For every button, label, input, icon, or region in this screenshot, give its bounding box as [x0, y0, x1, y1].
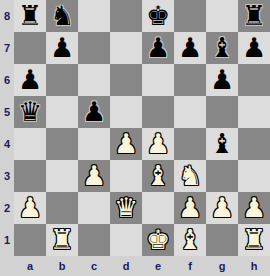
file-label-d: d: [110, 256, 142, 276]
square-f5[interactable]: [174, 96, 206, 128]
square-g5[interactable]: [206, 96, 238, 128]
square-h1[interactable]: ♜: [238, 224, 270, 256]
piece-black-pawn-icon: ♟: [50, 32, 74, 64]
rank-label-4: 4: [0, 128, 14, 160]
square-c2[interactable]: [78, 192, 110, 224]
square-g8[interactable]: [206, 0, 238, 32]
square-b2[interactable]: [46, 192, 78, 224]
square-e1[interactable]: ♚: [142, 224, 174, 256]
rank-label-6: 6: [0, 64, 14, 96]
piece-white-pawn-icon: ♟: [210, 192, 234, 224]
square-d2[interactable]: ♛: [110, 192, 142, 224]
file-label-c: c: [78, 256, 110, 276]
square-e8[interactable]: ♚: [142, 0, 174, 32]
square-h4[interactable]: [238, 128, 270, 160]
square-c6[interactable]: [78, 64, 110, 96]
square-h2[interactable]: ♟: [238, 192, 270, 224]
piece-black-pawn-icon: ♟: [18, 64, 42, 96]
square-f2[interactable]: ♟: [174, 192, 206, 224]
piece-white-pawn-icon: ♟: [178, 192, 202, 224]
square-g2[interactable]: ♟: [206, 192, 238, 224]
square-e5[interactable]: [142, 96, 174, 128]
piece-white-bishop-icon: ♝: [178, 224, 202, 256]
file-label-h: h: [238, 256, 270, 276]
piece-black-bishop-icon: ♝: [210, 128, 234, 160]
square-e6[interactable]: [142, 64, 174, 96]
square-g7[interactable]: ♝: [206, 32, 238, 64]
square-h8[interactable]: ♜: [238, 0, 270, 32]
board[interactable]: ♜♞♚♜♟♟♟♝♟♟♟♛♟♟♟♝♟♝♞♟♛♟♟♟♜♚♝♜: [14, 0, 270, 256]
square-f1[interactable]: ♝: [174, 224, 206, 256]
square-d5[interactable]: [110, 96, 142, 128]
chess-diagram: 87654321 ♜♞♚♜♟♟♟♝♟♟♟♛♟♟♟♝♟♝♞♟♛♟♟♟♜♚♝♜ ab…: [0, 0, 270, 276]
square-a8[interactable]: ♜: [14, 0, 46, 32]
piece-white-rook-icon: ♜: [242, 224, 266, 256]
piece-white-pawn-icon: ♟: [82, 160, 106, 192]
square-a6[interactable]: ♟: [14, 64, 46, 96]
piece-black-pawn-icon: ♟: [210, 64, 234, 96]
square-f3[interactable]: ♞: [174, 160, 206, 192]
square-f4[interactable]: [174, 128, 206, 160]
square-c3[interactable]: ♟: [78, 160, 110, 192]
piece-white-pawn-icon: ♟: [18, 192, 42, 224]
piece-white-bishop-icon: ♝: [146, 160, 170, 192]
rank-label-1: 1: [0, 224, 14, 256]
square-a5[interactable]: ♛: [14, 96, 46, 128]
piece-black-rook-icon: ♜: [18, 0, 42, 32]
piece-black-queen-icon: ♛: [18, 96, 42, 128]
square-a4[interactable]: [14, 128, 46, 160]
square-c7[interactable]: [78, 32, 110, 64]
rank-label-7: 7: [0, 32, 14, 64]
rank-label-2: 2: [0, 192, 14, 224]
piece-white-king-icon: ♚: [146, 224, 170, 256]
square-d4[interactable]: ♟: [110, 128, 142, 160]
piece-white-queen-icon: ♛: [114, 192, 138, 224]
square-e3[interactable]: ♝: [142, 160, 174, 192]
square-h5[interactable]: [238, 96, 270, 128]
square-h7[interactable]: ♟: [238, 32, 270, 64]
piece-black-pawn-icon: ♟: [146, 32, 170, 64]
file-label-b: b: [46, 256, 78, 276]
piece-black-pawn-icon: ♟: [242, 32, 266, 64]
square-g4[interactable]: ♝: [206, 128, 238, 160]
piece-black-knight-icon: ♞: [50, 0, 74, 32]
square-d8[interactable]: [110, 0, 142, 32]
rank-label-8: 8: [0, 0, 14, 32]
file-label-g: g: [206, 256, 238, 276]
square-a7[interactable]: [14, 32, 46, 64]
square-g1[interactable]: [206, 224, 238, 256]
piece-white-pawn-icon: ♟: [114, 128, 138, 160]
square-b1[interactable]: ♜: [46, 224, 78, 256]
piece-white-pawn-icon: ♟: [242, 192, 266, 224]
square-c4[interactable]: [78, 128, 110, 160]
square-f6[interactable]: [174, 64, 206, 96]
square-b7[interactable]: ♟: [46, 32, 78, 64]
square-f8[interactable]: [174, 0, 206, 32]
rank-labels: 87654321: [0, 0, 14, 256]
piece-black-pawn-icon: ♟: [178, 32, 202, 64]
file-labels: abcdefgh: [14, 256, 270, 276]
square-d1[interactable]: [110, 224, 142, 256]
square-b3[interactable]: [46, 160, 78, 192]
square-f7[interactable]: ♟: [174, 32, 206, 64]
square-a3[interactable]: [14, 160, 46, 192]
file-label-f: f: [174, 256, 206, 276]
square-g6[interactable]: ♟: [206, 64, 238, 96]
rank-label-5: 5: [0, 96, 14, 128]
file-label-a: a: [14, 256, 46, 276]
square-e4[interactable]: ♟: [142, 128, 174, 160]
square-b6[interactable]: [46, 64, 78, 96]
square-e7[interactable]: ♟: [142, 32, 174, 64]
piece-white-pawn-icon: ♟: [146, 128, 170, 160]
piece-black-pawn-icon: ♟: [82, 96, 106, 128]
square-c8[interactable]: [78, 0, 110, 32]
piece-white-knight-icon: ♞: [178, 160, 202, 192]
piece-black-rook-icon: ♜: [242, 0, 266, 32]
piece-black-king-icon: ♚: [146, 0, 170, 32]
piece-black-bishop-icon: ♝: [210, 32, 234, 64]
rank-label-3: 3: [0, 160, 14, 192]
square-h6[interactable]: [238, 64, 270, 96]
square-b5[interactable]: [46, 96, 78, 128]
square-a1[interactable]: [14, 224, 46, 256]
square-b4[interactable]: [46, 128, 78, 160]
square-d3[interactable]: [110, 160, 142, 192]
piece-white-rook-icon: ♜: [50, 224, 74, 256]
square-h3[interactable]: [238, 160, 270, 192]
file-label-e: e: [142, 256, 174, 276]
square-b8[interactable]: ♞: [46, 0, 78, 32]
square-g3[interactable]: [206, 160, 238, 192]
square-c1[interactable]: [78, 224, 110, 256]
square-e2[interactable]: [142, 192, 174, 224]
square-d7[interactable]: [110, 32, 142, 64]
square-a2[interactable]: ♟: [14, 192, 46, 224]
square-c5[interactable]: ♟: [78, 96, 110, 128]
square-d6[interactable]: [110, 64, 142, 96]
